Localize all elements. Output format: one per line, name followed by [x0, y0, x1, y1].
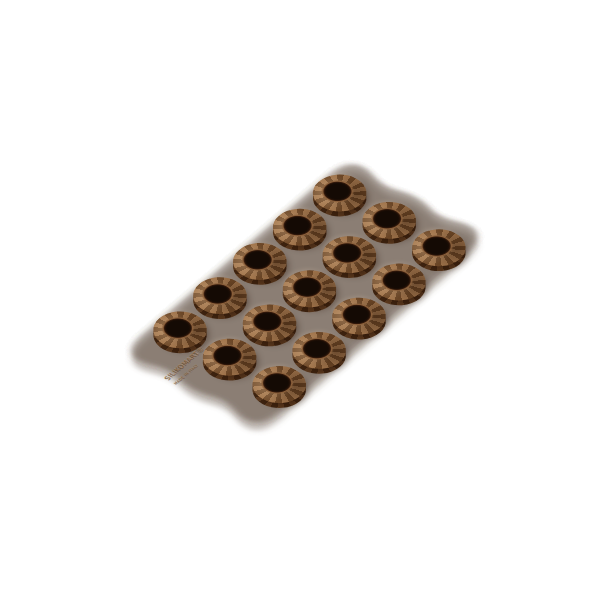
product-photo: SILIKOMART® MADE IN ITALY: [0, 0, 600, 600]
mold-tray: SILIKOMART® MADE IN ITALY: [113, 152, 495, 435]
